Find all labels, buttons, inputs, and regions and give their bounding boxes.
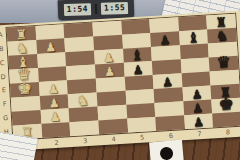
rank-label-4: 4 xyxy=(99,134,128,145)
black-bishop[interactable]: ♝ xyxy=(187,30,200,45)
color-marker-card xyxy=(149,140,184,160)
square-h4[interactable] xyxy=(98,119,127,135)
black-bishop[interactable]: ♝ xyxy=(131,48,144,63)
file-label-E: E xyxy=(0,83,10,98)
black-pawn[interactable]: ♟ xyxy=(193,116,204,129)
black-queen[interactable]: ♛ xyxy=(216,54,231,71)
square-h3[interactable] xyxy=(70,120,99,136)
clock-divider xyxy=(95,4,97,14)
black-pawn[interactable]: ♟ xyxy=(192,102,203,115)
black-king[interactable]: ♚ xyxy=(218,95,234,113)
white-pawn[interactable]: ♟ xyxy=(48,97,59,110)
black-disc xyxy=(159,146,173,160)
rank-label-2: 2 xyxy=(42,137,71,148)
file-label-D: D xyxy=(0,69,9,84)
rank-label-7: 7 xyxy=(185,128,214,139)
white-king[interactable]: ♚ xyxy=(16,79,32,97)
rank-label-8: 8 xyxy=(213,127,240,138)
file-label-G: G xyxy=(0,111,11,126)
clock-display-right: 1:55 xyxy=(101,2,129,15)
square-h6[interactable] xyxy=(155,115,184,131)
white-pawn[interactable]: ♟ xyxy=(104,65,115,78)
file-label-B: B xyxy=(0,42,7,57)
rank-label-5: 5 xyxy=(128,132,157,143)
square-h2[interactable] xyxy=(41,122,70,138)
square-h5[interactable] xyxy=(127,117,156,133)
black-pawn[interactable]: ♟ xyxy=(132,64,143,77)
black-pawn[interactable]: ♟ xyxy=(159,34,170,47)
photo-stage: 1:54 1:55 ABCDEFGH ♜♜♞♟♟♝♞♝♟♝♛♟♟♛♚♟♟♟♞♟♜… xyxy=(0,0,240,160)
file-label-C: C xyxy=(0,56,8,71)
rank-label-3: 3 xyxy=(71,135,100,146)
black-knight[interactable]: ♞ xyxy=(215,28,228,43)
clock-display-left: 1:54 xyxy=(64,3,92,16)
white-knight[interactable]: ♞ xyxy=(76,93,89,108)
white-pawn[interactable]: ♟ xyxy=(45,41,56,54)
board-grid: ♜♜♞♟♟♝♞♝♟♝♛♟♟♛♚♟♟♟♞♟♜♟♟♚♜♟ xyxy=(7,14,240,140)
square-h8[interactable] xyxy=(213,112,240,128)
file-label-F: F xyxy=(0,97,11,112)
white-pawn[interactable]: ♟ xyxy=(103,51,114,64)
chess-board: ABCDEFGH ♜♜♞♟♟♝♞♝♟♝♛♟♟♛♚♟♟♟♞♟♜♟♟♚♜♟ 1234… xyxy=(0,11,240,152)
white-pawn[interactable]: ♟ xyxy=(49,111,60,124)
black-pawn[interactable]: ♟ xyxy=(162,76,173,89)
black-pawn[interactable]: ♟ xyxy=(191,88,202,101)
file-label-A: A xyxy=(0,28,6,43)
white-pawn[interactable]: ♟ xyxy=(48,83,59,96)
square-h7[interactable]: ♟ xyxy=(184,113,213,129)
